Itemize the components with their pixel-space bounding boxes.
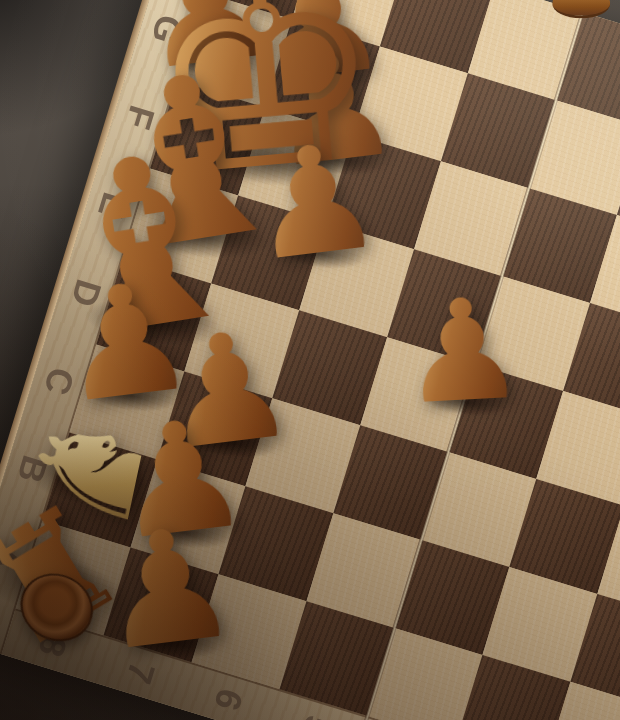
piece-a7-pawn[interactable]: ♟ [89, 503, 246, 674]
rank-label-text: 6 [205, 684, 251, 715]
piece-d5-pawn[interactable]: ♟ [397, 278, 530, 424]
rank-label-text: 5 [293, 711, 339, 720]
chess-photo-canvas: HGFEDCBA87654321♟♟♚♟♝♟♝♟♟♟♟♟♞♜ [0, 0, 620, 720]
chess-board: HGFEDCBA87654321♟♟♚♟♝♟♝♟♟♟♟♟♞♜ [0, 0, 620, 720]
